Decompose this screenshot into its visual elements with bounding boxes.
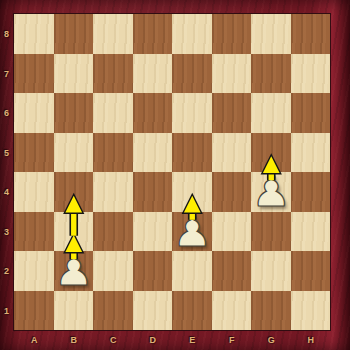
square-f5[interactable] (212, 133, 252, 173)
square-c1[interactable] (93, 291, 133, 331)
square-a1[interactable] (14, 291, 54, 331)
file-label-a: A (15, 331, 55, 348)
square-b4[interactable] (54, 172, 94, 212)
square-e7[interactable] (172, 54, 212, 94)
square-g1[interactable] (251, 291, 291, 331)
square-b1[interactable] (54, 291, 94, 331)
square-h6[interactable] (291, 93, 331, 133)
square-g3[interactable] (251, 212, 291, 252)
white-pawn-b2[interactable]: ♟ (54, 248, 93, 292)
square-d3[interactable] (133, 212, 173, 252)
square-c8[interactable] (93, 14, 133, 54)
square-d1[interactable] (133, 291, 173, 331)
square-d8[interactable] (133, 14, 173, 54)
file-label-c: C (94, 331, 134, 348)
square-f3[interactable] (212, 212, 252, 252)
rank-labels: 87654321 (0, 15, 13, 331)
rank-label-7: 7 (0, 54, 13, 94)
square-d4[interactable] (133, 172, 173, 212)
square-h7[interactable] (291, 54, 331, 94)
square-e5[interactable] (172, 133, 212, 173)
square-g8[interactable] (251, 14, 291, 54)
square-a8[interactable] (14, 14, 54, 54)
file-label-f: F (212, 331, 252, 348)
chessboard-frame: 87654321 ABCDEFGH ♟♟♟ (0, 0, 350, 350)
square-b7[interactable] (54, 54, 94, 94)
square-b6[interactable] (54, 93, 94, 133)
square-a7[interactable] (14, 54, 54, 94)
square-h4[interactable] (291, 172, 331, 212)
square-e6[interactable] (172, 93, 212, 133)
square-c2[interactable] (93, 251, 133, 291)
square-c5[interactable] (93, 133, 133, 173)
square-c3[interactable] (93, 212, 133, 252)
white-pawn-g4[interactable]: ♟ (252, 169, 291, 213)
square-h8[interactable] (291, 14, 331, 54)
file-label-g: G (252, 331, 292, 348)
square-h5[interactable] (291, 133, 331, 173)
square-f4[interactable] (212, 172, 252, 212)
square-d7[interactable] (133, 54, 173, 94)
square-f6[interactable] (212, 93, 252, 133)
square-f7[interactable] (212, 54, 252, 94)
rank-label-8: 8 (0, 15, 13, 55)
square-a3[interactable] (14, 212, 54, 252)
square-e8[interactable] (172, 14, 212, 54)
square-f2[interactable] (212, 251, 252, 291)
square-c4[interactable] (93, 172, 133, 212)
square-d5[interactable] (133, 133, 173, 173)
square-g2[interactable] (251, 251, 291, 291)
rank-label-2: 2 (0, 252, 13, 292)
square-a5[interactable] (14, 133, 54, 173)
square-c7[interactable] (93, 54, 133, 94)
square-g7[interactable] (251, 54, 291, 94)
rank-label-4: 4 (0, 173, 13, 213)
file-labels: ABCDEFGH (15, 331, 331, 348)
square-c6[interactable] (93, 93, 133, 133)
square-e1[interactable] (172, 291, 212, 331)
square-e2[interactable] (172, 251, 212, 291)
square-f8[interactable] (212, 14, 252, 54)
square-d6[interactable] (133, 93, 173, 133)
square-f1[interactable] (212, 291, 252, 331)
square-d2[interactable] (133, 251, 173, 291)
square-b5[interactable] (54, 133, 94, 173)
square-h1[interactable] (291, 291, 331, 331)
file-label-b: B (54, 331, 94, 348)
file-label-h: H (291, 331, 331, 348)
rank-label-1: 1 (0, 291, 13, 331)
square-h3[interactable] (291, 212, 331, 252)
square-h2[interactable] (291, 251, 331, 291)
file-label-e: E (173, 331, 213, 348)
square-g6[interactable] (251, 93, 291, 133)
square-b8[interactable] (54, 14, 94, 54)
file-label-d: D (133, 331, 173, 348)
square-a4[interactable] (14, 172, 54, 212)
white-pawn-e3[interactable]: ♟ (173, 209, 212, 253)
rank-label-3: 3 (0, 212, 13, 252)
square-a2[interactable] (14, 251, 54, 291)
square-a6[interactable] (14, 93, 54, 133)
rank-label-5: 5 (0, 133, 13, 173)
rank-label-6: 6 (0, 94, 13, 134)
